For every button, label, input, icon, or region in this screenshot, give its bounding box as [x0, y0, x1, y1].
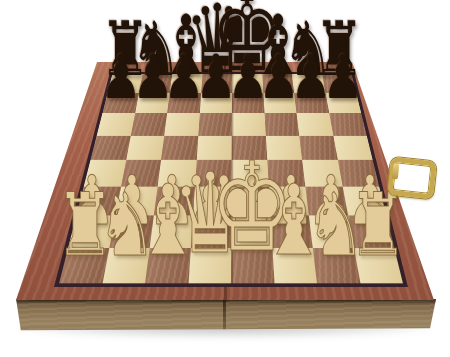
square-g6[interactable] — [297, 113, 333, 135]
brass-clasp — [387, 157, 437, 200]
square-c6[interactable] — [164, 113, 199, 135]
square-e6[interactable] — [232, 113, 266, 135]
square-a5[interactable] — [91, 135, 131, 159]
square-a6[interactable] — [97, 113, 135, 135]
square-g5[interactable] — [299, 135, 337, 159]
square-f6[interactable] — [264, 113, 299, 135]
square-b6[interactable] — [130, 113, 167, 135]
square-d6[interactable] — [198, 113, 232, 135]
piece-black-pawn-h7[interactable]: ♟ — [322, 46, 364, 107]
chess-set-photo: ♜♞♝♛♚♝♞♜♟♟♟♟♟♟♟♟♟♟♟♟♟♟♟♟♜♞♝♛♚♝♞♜ — [0, 0, 450, 357]
square-h5[interactable] — [333, 135, 373, 159]
clasp-pin — [392, 163, 400, 180]
side-fold-seam — [223, 299, 226, 333]
board-box-side — [14, 299, 436, 333]
square-b5[interactable] — [126, 135, 164, 159]
square-h6[interactable] — [329, 113, 367, 135]
